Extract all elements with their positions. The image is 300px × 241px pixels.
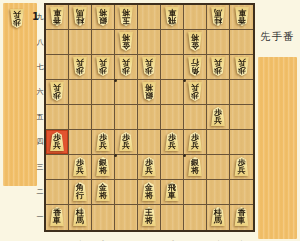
sente-piece-歩兵: 歩兵 (141, 157, 157, 176)
gote-piece-桂馬: 桂馬 (72, 7, 88, 26)
gote-piece-香車: 香車 (234, 7, 250, 26)
gote-piece-歩兵: 歩兵 (49, 82, 65, 101)
gote-piece-歩兵: 歩兵 (72, 57, 88, 76)
square-9六[interactable] (230, 80, 253, 105)
sente-piece-桂馬: 桂馬 (210, 207, 226, 226)
square-3五[interactable] (92, 105, 115, 130)
square-9七[interactable]: 歩兵 (230, 55, 253, 80)
rank-label-六: 六 (36, 80, 44, 105)
gote-piece-歩兵: 歩兵 (95, 57, 111, 76)
square-6九[interactable]: 飛車 (161, 5, 184, 30)
square-4八[interactable]: 金将 (115, 30, 138, 55)
gote-piece-香車: 香車 (49, 7, 65, 26)
square-6六[interactable] (161, 80, 184, 105)
square-8一[interactable]: 桂馬 (207, 205, 230, 230)
sente-piece-歩兵: 歩兵 (95, 132, 111, 151)
rank-label-二: 二 (36, 180, 44, 205)
gote-piece-歩兵: 歩兵 (187, 82, 203, 101)
square-1三[interactable] (46, 155, 69, 180)
square-8二[interactable] (207, 180, 230, 205)
square-1一[interactable]: 香車 (46, 205, 69, 230)
sente-piece-金将: 金将 (141, 182, 157, 201)
square-4七[interactable]: 歩兵 (115, 55, 138, 80)
square-9一[interactable]: 香車 (230, 205, 253, 230)
square-4五[interactable] (115, 105, 138, 130)
square-4二[interactable] (115, 180, 138, 205)
square-2八[interactable] (69, 30, 92, 55)
star-point (114, 154, 118, 158)
square-2六[interactable] (69, 80, 92, 105)
star-point (114, 79, 118, 83)
square-4三[interactable] (115, 155, 138, 180)
rank-label-八: 八 (36, 30, 44, 55)
sente-piece-歩兵: 歩兵 (49, 132, 65, 151)
rank-label-七: 七 (36, 55, 44, 80)
gote-piece-桂馬: 桂馬 (210, 7, 226, 26)
gote-piece-銀将: 銀将 (95, 7, 111, 26)
turn-indicator: 先手番 (260, 30, 295, 44)
square-9三[interactable]: 歩兵 (230, 155, 253, 180)
square-2九[interactable]: 桂馬 (69, 5, 92, 30)
square-9五[interactable] (230, 105, 253, 130)
square-3三[interactable]: 銀将 (92, 155, 115, 180)
square-5五[interactable] (138, 105, 161, 130)
square-7六[interactable]: 歩兵 (184, 80, 207, 105)
square-7九[interactable] (184, 5, 207, 30)
sente-piece-香車: 香車 (234, 207, 250, 226)
sente-piece-金将: 金将 (95, 182, 111, 201)
square-1四[interactable]: 歩兵 (46, 130, 69, 155)
square-7一[interactable] (184, 205, 207, 230)
gote-piece-玉将: 玉将 (118, 7, 134, 26)
square-2五[interactable] (69, 105, 92, 130)
square-2四[interactable] (69, 130, 92, 155)
square-5七[interactable]: 歩兵 (138, 55, 161, 80)
sente-piece-歩兵: 歩兵 (210, 107, 226, 126)
square-4四[interactable]: 歩兵 (115, 130, 138, 155)
square-3八[interactable] (92, 30, 115, 55)
square-8七[interactable]: 歩兵 (207, 55, 230, 80)
gote-piece-飛車: 飛車 (164, 7, 180, 26)
sente-piece-桂馬: 桂馬 (72, 207, 88, 226)
square-1六[interactable]: 歩兵 (46, 80, 69, 105)
square-2一[interactable]: 桂馬 (69, 205, 92, 230)
square-1五[interactable] (46, 105, 69, 130)
square-6七[interactable] (161, 55, 184, 80)
sente-piece-飛車: 飛車 (164, 182, 180, 201)
rank-label-三: 三 (36, 155, 44, 180)
square-7七[interactable]: 角行 (184, 55, 207, 80)
gote-piece-歩兵: 歩兵 (9, 9, 25, 28)
square-5九[interactable] (138, 5, 161, 30)
square-7五[interactable] (184, 105, 207, 130)
gote-piece-歩兵: 歩兵 (234, 57, 250, 76)
square-1八[interactable] (46, 30, 69, 55)
square-2二[interactable]: 角行 (69, 180, 92, 205)
square-7二[interactable] (184, 180, 207, 205)
gote-piece-歩兵: 歩兵 (210, 57, 226, 76)
sente-piece-角行: 角行 (72, 182, 88, 201)
square-8三[interactable] (207, 155, 230, 180)
sente-piece-歩兵: 歩兵 (118, 132, 134, 151)
square-3七[interactable]: 歩兵 (92, 55, 115, 80)
rank-label-四: 四 (36, 130, 44, 155)
square-6一[interactable] (161, 205, 184, 230)
square-9九[interactable]: 香車 (230, 5, 253, 30)
square-3四[interactable]: 歩兵 (92, 130, 115, 155)
square-3二[interactable]: 金将 (92, 180, 115, 205)
sente-piece-香車: 香車 (49, 207, 65, 226)
square-9八[interactable] (230, 30, 253, 55)
rank-labels: 九八七六五四三二一 (36, 5, 44, 230)
square-5一[interactable]: 王将 (138, 205, 161, 230)
rank-label-一: 一 (36, 205, 44, 230)
square-3九[interactable]: 銀将 (92, 5, 115, 30)
square-4一[interactable] (115, 205, 138, 230)
gote-piece-銀将: 銀将 (141, 82, 157, 101)
square-9四[interactable] (230, 130, 253, 155)
square-4六[interactable] (115, 80, 138, 105)
square-1七[interactable] (46, 55, 69, 80)
square-8六[interactable] (207, 80, 230, 105)
square-3六[interactable] (92, 80, 115, 105)
sente-piece-歩兵: 歩兵 (72, 157, 88, 176)
square-4九[interactable]: 玉将 (115, 5, 138, 30)
square-7八[interactable]: 金将 (184, 30, 207, 55)
square-8九[interactable]: 桂馬 (207, 5, 230, 30)
sente-piece-王将: 王将 (141, 207, 157, 226)
square-1二[interactable] (46, 180, 69, 205)
square-6八[interactable] (161, 30, 184, 55)
gote-piece-金将: 金将 (187, 32, 203, 51)
rank-label-九: 九 (36, 5, 44, 30)
square-7三[interactable]: 銀将 (184, 155, 207, 180)
gote-piece-歩兵: 歩兵 (118, 57, 134, 76)
square-6三[interactable] (161, 155, 184, 180)
sente-piece-銀将: 銀将 (187, 157, 203, 176)
square-2七[interactable]: 歩兵 (69, 55, 92, 80)
sente-piece-銀将: 銀将 (95, 157, 111, 176)
gote-piece-角行: 角行 (187, 57, 203, 76)
sente-piece-歩兵: 歩兵 (164, 132, 180, 151)
square-8八[interactable] (207, 30, 230, 55)
board-grid: 香車桂馬銀将玉将飛車桂馬香車金将金将歩兵歩兵歩兵歩兵角行歩兵歩兵歩兵銀将歩兵歩兵… (46, 5, 253, 230)
square-8五[interactable]: 歩兵 (207, 105, 230, 130)
sente-captured-stand[interactable] (258, 57, 297, 239)
square-5三[interactable]: 歩兵 (138, 155, 161, 180)
square-5六[interactable]: 銀将 (138, 80, 161, 105)
gote-hand-pawn[interactable]: 歩兵 (9, 7, 25, 28)
square-8四[interactable] (207, 130, 230, 155)
rank-label-五: 五 (36, 105, 44, 130)
square-5二[interactable]: 金将 (138, 180, 161, 205)
square-3一[interactable] (92, 205, 115, 230)
sente-piece-歩兵: 歩兵 (187, 132, 203, 151)
square-9二[interactable] (230, 180, 253, 205)
star-point (183, 154, 187, 158)
star-point (183, 79, 187, 83)
square-2三[interactable]: 歩兵 (69, 155, 92, 180)
square-5四[interactable] (138, 130, 161, 155)
gote-piece-歩兵: 歩兵 (141, 57, 157, 76)
square-7四[interactable]: 歩兵 (184, 130, 207, 155)
square-6五[interactable] (161, 105, 184, 130)
sente-piece-歩兵: 歩兵 (234, 157, 250, 176)
shogi-board: 香車桂馬銀将玉将飛車桂馬香車金将金将歩兵歩兵歩兵歩兵角行歩兵歩兵歩兵銀将歩兵歩兵… (44, 3, 255, 232)
gote-captured-stand[interactable]: 歩兵 1 (3, 3, 37, 186)
square-5八[interactable] (138, 30, 161, 55)
square-6四[interactable]: 歩兵 (161, 130, 184, 155)
square-1九[interactable]: 香車 (46, 5, 69, 30)
square-6二[interactable]: 飛車 (161, 180, 184, 205)
file-labels: 123456789 (46, 231, 253, 240)
gote-piece-金将: 金将 (118, 32, 134, 51)
